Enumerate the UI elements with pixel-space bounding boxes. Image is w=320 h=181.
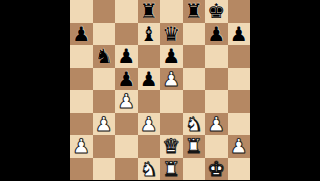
video-frame: ♜♜♚♟♝♛♟♟♞♟♟♟♟♟♟♟♟♞♟♟♛♜♟♞♜♚ [0,0,320,180]
square-f4[interactable] [183,90,206,113]
letterbox-right [250,0,320,180]
piece-black-king[interactable]: ♚ [207,1,225,21]
square-d7[interactable]: ♝ [138,23,161,46]
piece-black-pawn[interactable]: ♟ [230,23,248,43]
square-a6[interactable] [70,45,93,68]
piece-black-pawn[interactable]: ♟ [117,68,135,88]
square-f8[interactable]: ♜ [183,0,206,23]
square-e2[interactable]: ♛ [160,135,183,158]
square-d6[interactable] [138,45,161,68]
square-a1[interactable] [70,158,93,181]
square-g3[interactable]: ♟ [205,113,228,136]
piece-white-knight[interactable]: ♞ [140,158,158,178]
square-b4[interactable] [93,90,116,113]
piece-white-pawn[interactable]: ♟ [72,136,90,156]
square-g5[interactable] [205,68,228,91]
square-g4[interactable] [205,90,228,113]
square-c1[interactable] [115,158,138,181]
square-f3[interactable]: ♞ [183,113,206,136]
square-c6[interactable]: ♟ [115,45,138,68]
square-d1[interactable]: ♞ [138,158,161,181]
square-f1[interactable] [183,158,206,181]
square-a7[interactable]: ♟ [70,23,93,46]
square-g1[interactable]: ♚ [205,158,228,181]
piece-white-pawn[interactable]: ♟ [95,113,113,133]
piece-white-knight[interactable]: ♞ [185,113,203,133]
piece-white-pawn[interactable]: ♟ [117,91,135,111]
piece-black-rook[interactable]: ♜ [185,1,203,21]
piece-white-queen[interactable]: ♛ [162,136,180,156]
square-d3[interactable]: ♟ [138,113,161,136]
square-e3[interactable] [160,113,183,136]
square-a3[interactable] [70,113,93,136]
square-h5[interactable] [228,68,251,91]
letterbox-left [0,0,70,180]
square-a4[interactable] [70,90,93,113]
square-b8[interactable] [93,0,116,23]
piece-white-rook[interactable]: ♜ [162,158,180,178]
square-d2[interactable] [138,135,161,158]
square-e6[interactable]: ♟ [160,45,183,68]
piece-black-queen[interactable]: ♛ [162,23,180,43]
square-e7[interactable]: ♛ [160,23,183,46]
square-g2[interactable] [205,135,228,158]
square-f2[interactable]: ♜ [183,135,206,158]
square-b3[interactable]: ♟ [93,113,116,136]
piece-black-rook[interactable]: ♜ [140,1,158,21]
square-h4[interactable] [228,90,251,113]
square-b6[interactable]: ♞ [93,45,116,68]
square-c5[interactable]: ♟ [115,68,138,91]
square-a8[interactable] [70,0,93,23]
square-g6[interactable] [205,45,228,68]
chess-board: ♜♜♚♟♝♛♟♟♞♟♟♟♟♟♟♟♟♞♟♟♛♜♟♞♜♚ [70,0,250,180]
square-d4[interactable] [138,90,161,113]
square-g7[interactable]: ♟ [205,23,228,46]
square-b1[interactable] [93,158,116,181]
square-h8[interactable] [228,0,251,23]
square-c2[interactable] [115,135,138,158]
piece-black-pawn[interactable]: ♟ [140,68,158,88]
square-h3[interactable] [228,113,251,136]
square-f6[interactable] [183,45,206,68]
square-d8[interactable]: ♜ [138,0,161,23]
square-e8[interactable] [160,0,183,23]
square-a2[interactable]: ♟ [70,135,93,158]
piece-black-pawn[interactable]: ♟ [117,46,135,66]
square-e4[interactable] [160,90,183,113]
square-f7[interactable] [183,23,206,46]
square-b5[interactable] [93,68,116,91]
square-h6[interactable] [228,45,251,68]
piece-white-pawn[interactable]: ♟ [230,136,248,156]
square-a5[interactable] [70,68,93,91]
piece-white-rook[interactable]: ♜ [185,136,203,156]
square-d5[interactable]: ♟ [138,68,161,91]
square-b7[interactable] [93,23,116,46]
piece-white-pawn[interactable]: ♟ [140,113,158,133]
piece-white-pawn[interactable]: ♟ [207,113,225,133]
piece-white-pawn[interactable]: ♟ [162,68,180,88]
square-c8[interactable] [115,0,138,23]
square-h7[interactable]: ♟ [228,23,251,46]
square-h1[interactable] [228,158,251,181]
square-c3[interactable] [115,113,138,136]
piece-black-bishop[interactable]: ♝ [140,23,158,43]
square-f5[interactable] [183,68,206,91]
piece-black-pawn[interactable]: ♟ [162,46,180,66]
piece-black-knight[interactable]: ♞ [95,46,113,66]
piece-black-pawn[interactable]: ♟ [72,23,90,43]
square-e5[interactable]: ♟ [160,68,183,91]
square-h2[interactable]: ♟ [228,135,251,158]
piece-white-king[interactable]: ♚ [207,158,225,178]
square-b2[interactable] [93,135,116,158]
square-c7[interactable] [115,23,138,46]
square-c4[interactable]: ♟ [115,90,138,113]
piece-black-pawn[interactable]: ♟ [207,23,225,43]
square-e1[interactable]: ♜ [160,158,183,181]
square-g8[interactable]: ♚ [205,0,228,23]
